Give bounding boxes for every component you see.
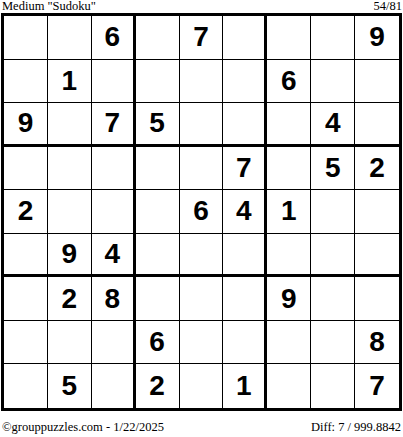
cell-r1c3: 6 (92, 16, 136, 60)
cell-r6c3: 4 (92, 234, 136, 278)
cell-r5c6: 4 (223, 190, 267, 234)
cell-r3c3: 7 (92, 103, 136, 147)
cell-r7c7: 9 (267, 277, 311, 321)
cell-r8c7[interactable] (267, 321, 311, 365)
cell-r7c2: 2 (48, 277, 92, 321)
cell-r3c1: 9 (4, 103, 48, 147)
copyright-text: ©grouppuzzles.com - 1/22/2025 (2, 420, 164, 434)
cell-r2c6[interactable] (223, 60, 267, 104)
cell-r5c1: 2 (4, 190, 48, 234)
cell-r4c3[interactable] (92, 147, 136, 191)
cell-r4c2[interactable] (48, 147, 92, 191)
cell-r3c8: 4 (311, 103, 355, 147)
cell-r5c3[interactable] (92, 190, 136, 234)
cell-r5c4[interactable] (136, 190, 180, 234)
cell-r7c4[interactable] (136, 277, 180, 321)
cell-r2c9[interactable] (355, 60, 399, 104)
cell-r6c6[interactable] (223, 234, 267, 278)
cell-r1c8[interactable] (311, 16, 355, 60)
cell-r2c2: 1 (48, 60, 92, 104)
cell-r3c5[interactable] (180, 103, 224, 147)
cell-r9c5[interactable] (180, 364, 224, 408)
cell-r2c8[interactable] (311, 60, 355, 104)
cell-r1c4[interactable] (136, 16, 180, 60)
cell-r2c4[interactable] (136, 60, 180, 104)
cell-r4c4[interactable] (136, 147, 180, 191)
cell-r8c5[interactable] (180, 321, 224, 365)
sudoku-page: Medium "Sudoku" 54/81 679169754752264194… (0, 0, 403, 437)
cell-r9c3[interactable] (92, 364, 136, 408)
cell-r5c5: 6 (180, 190, 224, 234)
cell-r3c6[interactable] (223, 103, 267, 147)
cell-r9c9: 7 (355, 364, 399, 408)
cell-r4c8: 5 (311, 147, 355, 191)
cell-r3c4: 5 (136, 103, 180, 147)
cell-r6c4[interactable] (136, 234, 180, 278)
cell-r2c3[interactable] (92, 60, 136, 104)
cell-r9c7[interactable] (267, 364, 311, 408)
cell-r3c9[interactable] (355, 103, 399, 147)
cell-r2c7: 6 (267, 60, 311, 104)
cell-r9c2: 5 (48, 364, 92, 408)
footer: ©grouppuzzles.com - 1/22/2025 Diff: 7 / … (2, 420, 401, 434)
cell-r8c9: 8 (355, 321, 399, 365)
cell-r7c3: 8 (92, 277, 136, 321)
cell-r1c1[interactable] (4, 16, 48, 60)
cell-r5c8[interactable] (311, 190, 355, 234)
cell-r3c2[interactable] (48, 103, 92, 147)
sudoku-board: 679169754752264194289685217 (1, 13, 402, 411)
cell-r1c5: 7 (180, 16, 224, 60)
cell-r1c6[interactable] (223, 16, 267, 60)
cell-r4c1[interactable] (4, 147, 48, 191)
cell-r5c9[interactable] (355, 190, 399, 234)
cell-r6c9[interactable] (355, 234, 399, 278)
cell-r6c7[interactable] (267, 234, 311, 278)
cell-r8c1[interactable] (4, 321, 48, 365)
cell-r7c6[interactable] (223, 277, 267, 321)
cell-r7c5[interactable] (180, 277, 224, 321)
cell-r4c6: 7 (223, 147, 267, 191)
cell-r6c2: 9 (48, 234, 92, 278)
cell-r8c8[interactable] (311, 321, 355, 365)
cell-r8c6[interactable] (223, 321, 267, 365)
cell-r1c2[interactable] (48, 16, 92, 60)
cell-r2c5[interactable] (180, 60, 224, 104)
cell-r5c2[interactable] (48, 190, 92, 234)
cell-r4c5[interactable] (180, 147, 224, 191)
cell-r2c1[interactable] (4, 60, 48, 104)
cell-r9c4: 2 (136, 364, 180, 408)
cell-r6c1[interactable] (4, 234, 48, 278)
cell-r5c7: 1 (267, 190, 311, 234)
cell-r4c9: 2 (355, 147, 399, 191)
cell-r8c3[interactable] (92, 321, 136, 365)
cell-r9c8[interactable] (311, 364, 355, 408)
cell-r3c7[interactable] (267, 103, 311, 147)
puzzle-title: Medium "Sudoku" (2, 0, 96, 13)
cell-r7c9[interactable] (355, 277, 399, 321)
cell-r1c9: 9 (355, 16, 399, 60)
difficulty-text: Diff: 7 / 999.8842 (311, 420, 401, 434)
cell-r6c5[interactable] (180, 234, 224, 278)
header: Medium "Sudoku" 54/81 (2, 0, 402, 13)
cell-r6c8[interactable] (311, 234, 355, 278)
cell-r9c1[interactable] (4, 364, 48, 408)
cell-r9c6: 1 (223, 364, 267, 408)
cell-r7c8[interactable] (311, 277, 355, 321)
cell-r8c2[interactable] (48, 321, 92, 365)
cell-r8c4: 6 (136, 321, 180, 365)
progress-counter: 54/81 (374, 0, 402, 13)
cell-r7c1[interactable] (4, 277, 48, 321)
cell-r1c7[interactable] (267, 16, 311, 60)
cell-r4c7[interactable] (267, 147, 311, 191)
